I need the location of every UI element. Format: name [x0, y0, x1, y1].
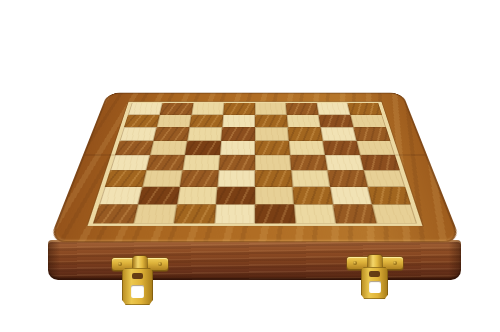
board-square-a8: [128, 103, 163, 115]
product-photo-scene: [0, 0, 500, 332]
board-square-d4: [219, 155, 255, 170]
board-square-b6: [153, 127, 189, 140]
board-square-f8: [286, 103, 319, 115]
board-square-b2: [138, 187, 180, 205]
board-square-a1: [93, 204, 138, 223]
board-square-g7: [319, 115, 354, 128]
hasp-opening: [369, 281, 381, 293]
board-square-c1: [174, 204, 216, 223]
chess-board-grid: [93, 103, 417, 224]
chessboard-box-top: [48, 93, 461, 243]
board-square-a2: [99, 187, 142, 205]
board-square-h2: [368, 187, 411, 205]
board-square-g2: [330, 187, 372, 205]
hasp-opening: [131, 285, 144, 298]
board-square-f4: [290, 155, 327, 170]
board-square-d2: [216, 187, 255, 205]
brass-latch-left: [112, 256, 168, 308]
board-square-h8: [347, 103, 382, 115]
board-square-h1: [372, 204, 417, 223]
board-square-f1: [294, 204, 336, 223]
board-square-f6: [288, 127, 323, 140]
board-square-h6: [353, 127, 390, 140]
board-square-d7: [222, 115, 255, 128]
board-square-h7: [350, 115, 386, 128]
board-square-b8: [160, 103, 194, 115]
screw-icon: [393, 261, 397, 265]
board-square-c8: [191, 103, 224, 115]
board-square-b5: [150, 141, 187, 155]
board-square-f3: [291, 170, 330, 186]
hasp-slot: [369, 271, 380, 277]
board-square-e8: [255, 103, 287, 115]
board-square-d6: [221, 127, 255, 140]
board-square-g8: [317, 103, 351, 115]
board-square-d8: [223, 103, 255, 115]
screw-icon: [353, 261, 357, 265]
board-square-g5: [323, 141, 360, 155]
board-square-e4: [255, 155, 291, 170]
latch-hasp: [122, 268, 153, 305]
board-square-f7: [287, 115, 321, 128]
board-square-e7: [255, 115, 288, 128]
fold-seam: [85, 155, 425, 156]
board-square-f5: [289, 141, 325, 155]
brass-latch-right: [347, 255, 403, 301]
board-square-h4: [360, 155, 400, 170]
board-square-c4: [183, 155, 220, 170]
maple-border-strip: [88, 102, 423, 226]
board-square-f2: [293, 187, 333, 205]
board-square-g4: [325, 155, 364, 170]
board-square-a6: [120, 127, 157, 140]
board-square-b3: [142, 170, 182, 186]
board-square-c2: [177, 187, 217, 205]
board-square-a4: [110, 155, 150, 170]
board-square-e5: [255, 141, 290, 155]
board-square-e2: [255, 187, 294, 205]
board-square-c3: [180, 170, 219, 186]
board-square-h3: [364, 170, 406, 186]
board-square-g1: [333, 204, 377, 223]
board-square-c5: [185, 141, 221, 155]
board-square-g6: [321, 127, 357, 140]
board-square-d3: [217, 170, 255, 186]
board-square-c7: [189, 115, 223, 128]
board-square-e1: [255, 204, 296, 223]
hasp-slot: [132, 273, 143, 279]
board-square-a3: [105, 170, 147, 186]
board-square-e3: [255, 170, 293, 186]
board-square-c6: [187, 127, 222, 140]
board-square-d5: [220, 141, 255, 155]
board-square-a7: [124, 115, 160, 128]
board-square-e6: [255, 127, 289, 140]
board-square-b7: [157, 115, 192, 128]
board-square-a5: [115, 141, 153, 155]
board-square-h5: [357, 141, 395, 155]
latch-hasp: [361, 267, 388, 299]
board-square-b4: [146, 155, 185, 170]
screw-icon: [118, 262, 122, 266]
board-square-b1: [133, 204, 177, 223]
screw-icon: [158, 262, 162, 266]
board-square-g3: [327, 170, 367, 186]
board-square-d1: [214, 204, 255, 223]
